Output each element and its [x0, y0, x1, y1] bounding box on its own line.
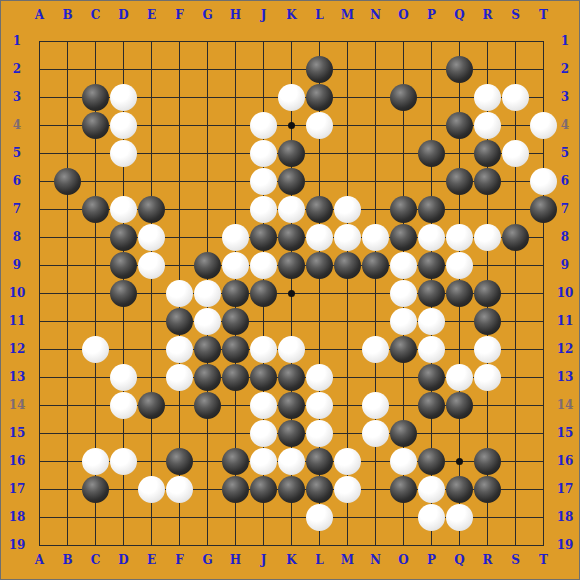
stone-black-P9[interactable]: [418, 252, 445, 279]
stone-white-O9[interactable]: [390, 252, 417, 279]
stone-white-L15[interactable]: [306, 420, 333, 447]
stone-white-E17[interactable]: [138, 476, 165, 503]
stone-white-J4[interactable]: [250, 112, 277, 139]
stone-black-C7[interactable]: [82, 196, 109, 223]
col-label-bottom-F: F: [172, 552, 187, 568]
col-label-top-B: B: [60, 7, 75, 23]
stone-black-F11[interactable]: [166, 308, 193, 335]
col-label-bottom-N: N: [368, 552, 383, 568]
stone-white-M17[interactable]: [334, 476, 361, 503]
stone-white-J9[interactable]: [250, 252, 277, 279]
stone-white-P12[interactable]: [418, 336, 445, 363]
stone-black-J8[interactable]: [250, 224, 277, 251]
stone-white-J15[interactable]: [250, 420, 277, 447]
col-label-bottom-M: M: [340, 552, 355, 568]
stone-black-H10[interactable]: [222, 280, 249, 307]
stone-black-K9[interactable]: [278, 252, 305, 279]
stone-black-R5[interactable]: [474, 140, 501, 167]
row-label-right-11: 11: [551, 313, 579, 329]
stone-black-J10[interactable]: [250, 280, 277, 307]
stone-white-D14[interactable]: [110, 392, 137, 419]
stone-black-P16[interactable]: [418, 448, 445, 475]
stone-black-O15[interactable]: [390, 420, 417, 447]
stone-white-T6[interactable]: [530, 168, 557, 195]
row-label-left-6: 6: [3, 173, 31, 189]
stone-black-O7[interactable]: [390, 196, 417, 223]
stone-white-Q18[interactable]: [446, 504, 473, 531]
stone-white-O11[interactable]: [390, 308, 417, 335]
stone-black-O3[interactable]: [390, 84, 417, 111]
star-point-K4: [288, 122, 295, 129]
col-label-bottom-D: D: [116, 552, 131, 568]
stone-black-D10[interactable]: [110, 280, 137, 307]
stone-white-S3[interactable]: [502, 84, 529, 111]
stone-black-P13[interactable]: [418, 364, 445, 391]
stone-white-R13[interactable]: [474, 364, 501, 391]
stone-black-S8[interactable]: [502, 224, 529, 251]
col-label-top-O: O: [396, 7, 411, 23]
col-label-top-S: S: [508, 7, 523, 23]
col-label-top-D: D: [116, 7, 131, 23]
col-label-top-T: T: [536, 7, 551, 23]
stone-white-K16[interactable]: [278, 448, 305, 475]
col-label-bottom-Q: Q: [452, 552, 467, 568]
stone-white-N8[interactable]: [362, 224, 389, 251]
star-point-Q16: [456, 458, 463, 465]
stone-black-K5[interactable]: [278, 140, 305, 167]
stone-black-L16[interactable]: [306, 448, 333, 475]
row-label-right-17: 17: [551, 481, 579, 497]
col-label-top-K: K: [284, 7, 299, 23]
stone-white-D5[interactable]: [110, 140, 137, 167]
row-label-right-14: 14: [551, 397, 579, 413]
col-label-top-J: J: [256, 7, 271, 23]
col-label-top-L: L: [312, 7, 327, 23]
stone-black-P10[interactable]: [418, 280, 445, 307]
stone-white-N14[interactable]: [362, 392, 389, 419]
row-label-left-16: 16: [3, 453, 31, 469]
col-label-bottom-E: E: [144, 552, 159, 568]
stone-black-L17[interactable]: [306, 476, 333, 503]
stone-white-S5[interactable]: [502, 140, 529, 167]
col-label-bottom-H: H: [228, 552, 243, 568]
stone-white-J16[interactable]: [250, 448, 277, 475]
row-label-right-12: 12: [551, 341, 579, 357]
stone-black-H13[interactable]: [222, 364, 249, 391]
stone-black-H16[interactable]: [222, 448, 249, 475]
stone-black-K14[interactable]: [278, 392, 305, 419]
row-label-left-9: 9: [3, 257, 31, 273]
row-label-left-4: 4: [3, 117, 31, 133]
row-label-left-19: 19: [3, 537, 31, 553]
stone-black-B6[interactable]: [54, 168, 81, 195]
stone-black-G12[interactable]: [194, 336, 221, 363]
row-label-right-16: 16: [551, 453, 579, 469]
stone-white-L8[interactable]: [306, 224, 333, 251]
stone-black-O8[interactable]: [390, 224, 417, 251]
col-label-bottom-P: P: [424, 552, 439, 568]
stone-black-O12[interactable]: [390, 336, 417, 363]
row-label-left-3: 3: [3, 89, 31, 105]
stone-white-G10[interactable]: [194, 280, 221, 307]
stone-white-J7[interactable]: [250, 196, 277, 223]
row-label-left-14: 14: [3, 397, 31, 413]
stone-black-K6[interactable]: [278, 168, 305, 195]
stone-black-Q2[interactable]: [446, 56, 473, 83]
stone-white-F12[interactable]: [166, 336, 193, 363]
grid-line-v: [67, 41, 68, 546]
stone-black-K15[interactable]: [278, 420, 305, 447]
stone-black-R11[interactable]: [474, 308, 501, 335]
grid-line-v: [39, 41, 40, 546]
stone-black-G13[interactable]: [194, 364, 221, 391]
row-label-right-1: 1: [551, 33, 579, 49]
stone-white-K7[interactable]: [278, 196, 305, 223]
col-label-top-N: N: [368, 7, 383, 23]
stone-black-C3[interactable]: [82, 84, 109, 111]
stone-black-E7[interactable]: [138, 196, 165, 223]
stone-white-F17[interactable]: [166, 476, 193, 503]
row-label-left-8: 8: [3, 229, 31, 245]
stone-white-Q9[interactable]: [446, 252, 473, 279]
stone-white-J6[interactable]: [250, 168, 277, 195]
stone-white-E8[interactable]: [138, 224, 165, 251]
stone-black-L3[interactable]: [306, 84, 333, 111]
col-label-bottom-O: O: [396, 552, 411, 568]
stone-black-F16[interactable]: [166, 448, 193, 475]
col-label-top-Q: Q: [452, 7, 467, 23]
stone-white-H8[interactable]: [222, 224, 249, 251]
grid-line-v: [151, 41, 152, 546]
stone-white-L14[interactable]: [306, 392, 333, 419]
stone-white-H9[interactable]: [222, 252, 249, 279]
stone-black-Q4[interactable]: [446, 112, 473, 139]
grid-line-v: [515, 41, 516, 546]
stone-white-P11[interactable]: [418, 308, 445, 335]
col-label-bottom-S: S: [508, 552, 523, 568]
stone-white-M16[interactable]: [334, 448, 361, 475]
col-label-bottom-K: K: [284, 552, 299, 568]
row-label-right-8: 8: [551, 229, 579, 245]
stone-white-J14[interactable]: [250, 392, 277, 419]
stone-black-Q6[interactable]: [446, 168, 473, 195]
stone-white-C16[interactable]: [82, 448, 109, 475]
row-label-left-17: 17: [3, 481, 31, 497]
stone-black-Q10[interactable]: [446, 280, 473, 307]
go-board[interactable]: AABBCCDDEEFFGGHHJJKKLLMMNNOOPPQQRRSSTT11…: [0, 0, 580, 580]
row-label-left-2: 2: [3, 61, 31, 77]
stone-black-M9[interactable]: [334, 252, 361, 279]
grid-line-v: [375, 41, 376, 546]
stone-white-N12[interactable]: [362, 336, 389, 363]
row-label-left-11: 11: [3, 313, 31, 329]
stone-black-G9[interactable]: [194, 252, 221, 279]
row-label-right-3: 3: [551, 89, 579, 105]
row-label-right-15: 15: [551, 425, 579, 441]
stone-black-P7[interactable]: [418, 196, 445, 223]
row-label-left-10: 10: [3, 285, 31, 301]
col-label-top-R: R: [480, 7, 495, 23]
stone-white-D7[interactable]: [110, 196, 137, 223]
stone-white-D16[interactable]: [110, 448, 137, 475]
col-label-bottom-L: L: [312, 552, 327, 568]
stone-white-K3[interactable]: [278, 84, 305, 111]
col-label-top-G: G: [200, 7, 215, 23]
stone-white-L4[interactable]: [306, 112, 333, 139]
stone-white-R12[interactable]: [474, 336, 501, 363]
stone-black-L2[interactable]: [306, 56, 333, 83]
stone-white-G11[interactable]: [194, 308, 221, 335]
stone-white-D4[interactable]: [110, 112, 137, 139]
stone-black-L9[interactable]: [306, 252, 333, 279]
stone-black-H11[interactable]: [222, 308, 249, 335]
col-label-top-P: P: [424, 7, 439, 23]
stone-black-H12[interactable]: [222, 336, 249, 363]
row-label-right-18: 18: [551, 509, 579, 525]
stone-white-O10[interactable]: [390, 280, 417, 307]
stone-white-E9[interactable]: [138, 252, 165, 279]
stone-white-R8[interactable]: [474, 224, 501, 251]
stone-black-G14[interactable]: [194, 392, 221, 419]
col-label-bottom-A: A: [32, 552, 47, 568]
col-label-bottom-T: T: [536, 552, 551, 568]
stone-black-J17[interactable]: [250, 476, 277, 503]
stone-white-J5[interactable]: [250, 140, 277, 167]
stone-white-P18[interactable]: [418, 504, 445, 531]
stone-black-Q17[interactable]: [446, 476, 473, 503]
row-label-right-2: 2: [551, 61, 579, 77]
stone-black-J13[interactable]: [250, 364, 277, 391]
stone-white-D13[interactable]: [110, 364, 137, 391]
stone-black-E14[interactable]: [138, 392, 165, 419]
stone-white-R3[interactable]: [474, 84, 501, 111]
stone-black-P14[interactable]: [418, 392, 445, 419]
col-label-bottom-C: C: [88, 552, 103, 568]
stone-black-H17[interactable]: [222, 476, 249, 503]
stone-black-R16[interactable]: [474, 448, 501, 475]
stone-white-L13[interactable]: [306, 364, 333, 391]
row-label-left-7: 7: [3, 201, 31, 217]
col-label-bottom-R: R: [480, 552, 495, 568]
row-label-right-13: 13: [551, 369, 579, 385]
stone-white-R4[interactable]: [474, 112, 501, 139]
stone-black-P5[interactable]: [418, 140, 445, 167]
row-label-left-13: 13: [3, 369, 31, 385]
stone-black-K13[interactable]: [278, 364, 305, 391]
stone-black-N9[interactable]: [362, 252, 389, 279]
row-label-left-12: 12: [3, 341, 31, 357]
col-label-bottom-G: G: [200, 552, 215, 568]
col-label-top-F: F: [172, 7, 187, 23]
stone-white-N15[interactable]: [362, 420, 389, 447]
col-label-bottom-B: B: [60, 552, 75, 568]
col-label-top-C: C: [88, 7, 103, 23]
stone-white-L18[interactable]: [306, 504, 333, 531]
row-label-right-19: 19: [551, 537, 579, 553]
col-label-bottom-J: J: [256, 552, 271, 568]
row-label-left-5: 5: [3, 145, 31, 161]
col-label-top-A: A: [32, 7, 47, 23]
stone-white-P8[interactable]: [418, 224, 445, 251]
stone-black-Q14[interactable]: [446, 392, 473, 419]
row-label-left-1: 1: [3, 33, 31, 49]
col-label-top-E: E: [144, 7, 159, 23]
stone-white-M8[interactable]: [334, 224, 361, 251]
stone-white-T4[interactable]: [530, 112, 557, 139]
row-label-left-15: 15: [3, 425, 31, 441]
row-label-right-5: 5: [551, 145, 579, 161]
stone-black-D9[interactable]: [110, 252, 137, 279]
col-label-top-H: H: [228, 7, 243, 23]
stone-black-K8[interactable]: [278, 224, 305, 251]
stone-white-K12[interactable]: [278, 336, 305, 363]
stone-black-C17[interactable]: [82, 476, 109, 503]
row-label-right-9: 9: [551, 257, 579, 273]
stone-black-C4[interactable]: [82, 112, 109, 139]
stone-white-D3[interactable]: [110, 84, 137, 111]
stone-black-R6[interactable]: [474, 168, 501, 195]
stone-white-F10[interactable]: [166, 280, 193, 307]
stone-black-L7[interactable]: [306, 196, 333, 223]
stone-white-Q13[interactable]: [446, 364, 473, 391]
stone-black-R10[interactable]: [474, 280, 501, 307]
row-label-right-10: 10: [551, 285, 579, 301]
stone-black-O17[interactable]: [390, 476, 417, 503]
star-point-K10: [288, 290, 295, 297]
stone-white-J12[interactable]: [250, 336, 277, 363]
stone-white-Q8[interactable]: [446, 224, 473, 251]
stone-white-M7[interactable]: [334, 196, 361, 223]
stone-black-R17[interactable]: [474, 476, 501, 503]
stone-black-T7[interactable]: [530, 196, 557, 223]
col-label-top-M: M: [340, 7, 355, 23]
stone-white-F13[interactable]: [166, 364, 193, 391]
row-label-left-18: 18: [3, 509, 31, 525]
stone-white-O16[interactable]: [390, 448, 417, 475]
stone-white-C12[interactable]: [82, 336, 109, 363]
stone-white-P17[interactable]: [418, 476, 445, 503]
stone-black-D8[interactable]: [110, 224, 137, 251]
stone-black-K17[interactable]: [278, 476, 305, 503]
